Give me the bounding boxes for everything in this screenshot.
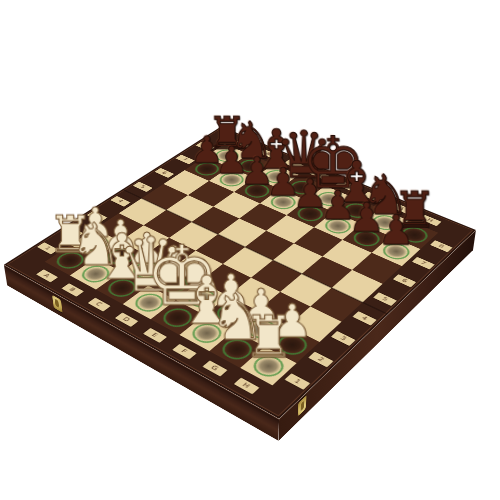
file-label-bottom: D (115, 312, 138, 326)
square-h5 (332, 270, 383, 302)
rank-label-left: 6 (155, 168, 175, 178)
square-f5 (273, 243, 323, 273)
file-label-bottom: G (202, 360, 227, 376)
rook-glyph: ♜ (234, 308, 303, 365)
pawn-glyph: ♟ (366, 210, 426, 251)
rank-label-right: 7 (412, 257, 435, 270)
rank-label-right: 8 (430, 240, 453, 252)
rank-label-right: 4 (353, 311, 377, 325)
file-label-bottom: C (87, 297, 110, 311)
rank-label-right: 3 (331, 331, 356, 346)
brass-latch-icon (52, 295, 63, 313)
rank-label-left: 5 (133, 181, 153, 191)
file-label-bottom: F (172, 344, 197, 359)
file-label-bottom: B (61, 283, 83, 296)
file-label-bottom: A (36, 269, 58, 282)
rank-label-right: 6 (393, 274, 416, 287)
file-label-bottom: H (233, 377, 259, 394)
rank-label-right: 1 (285, 373, 311, 390)
brass-latch-icon (298, 395, 307, 417)
rank-label-right: 5 (373, 292, 397, 306)
square-g5 (302, 256, 352, 287)
file-label-bottom: E (143, 328, 167, 343)
chess-board: AA88BB77CC66DD55EE44FF33GG22HH11 ♜♞♝♛♚♝♞… (4, 126, 476, 419)
rank-label-right: 2 (309, 351, 334, 367)
product-photo-canvas: AA88BB77CC66DD55EE44FF33GG22HH11 ♜♞♝♛♚♝♞… (0, 0, 500, 500)
